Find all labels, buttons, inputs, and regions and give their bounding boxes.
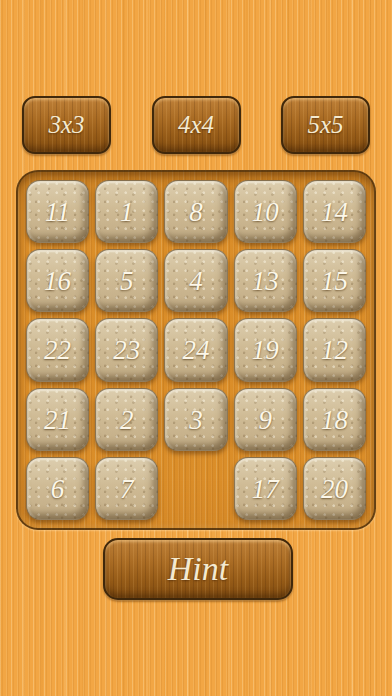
tile-2[interactable]: 2 bbox=[95, 388, 158, 451]
tile-11[interactable]: 11 bbox=[26, 180, 89, 243]
size-button-3x3[interactable]: 3x3 bbox=[22, 96, 111, 154]
tile-1[interactable]: 1 bbox=[95, 180, 158, 243]
tile-8[interactable]: 8 bbox=[164, 180, 227, 243]
tile-6[interactable]: 6 bbox=[26, 457, 89, 520]
tile-16[interactable]: 16 bbox=[26, 249, 89, 312]
tile-13[interactable]: 13 bbox=[234, 249, 297, 312]
size-selector: 3x3 4x4 5x5 bbox=[0, 96, 392, 154]
game-screen: 3x3 4x4 5x5 1118101416541315222324191221… bbox=[0, 0, 392, 696]
tile-10[interactable]: 10 bbox=[234, 180, 297, 243]
size-button-5x5[interactable]: 5x5 bbox=[281, 96, 370, 154]
tile-4[interactable]: 4 bbox=[164, 249, 227, 312]
empty-cell bbox=[164, 457, 227, 520]
hint-button[interactable]: Hint bbox=[103, 538, 293, 600]
tile-17[interactable]: 17 bbox=[234, 457, 297, 520]
tile-22[interactable]: 22 bbox=[26, 318, 89, 381]
tile-3[interactable]: 3 bbox=[164, 388, 227, 451]
tile-20[interactable]: 20 bbox=[303, 457, 366, 520]
tile-19[interactable]: 19 bbox=[234, 318, 297, 381]
tile-5[interactable]: 5 bbox=[95, 249, 158, 312]
tile-21[interactable]: 21 bbox=[26, 388, 89, 451]
tile-24[interactable]: 24 bbox=[164, 318, 227, 381]
size-button-4x4[interactable]: 4x4 bbox=[152, 96, 241, 154]
tile-23[interactable]: 23 bbox=[95, 318, 158, 381]
tile-7[interactable]: 7 bbox=[95, 457, 158, 520]
tile-12[interactable]: 12 bbox=[303, 318, 366, 381]
puzzle-board: 111810141654131522232419122123918671720 bbox=[16, 170, 376, 530]
tile-14[interactable]: 14 bbox=[303, 180, 366, 243]
tile-15[interactable]: 15 bbox=[303, 249, 366, 312]
tile-9[interactable]: 9 bbox=[234, 388, 297, 451]
tile-18[interactable]: 18 bbox=[303, 388, 366, 451]
